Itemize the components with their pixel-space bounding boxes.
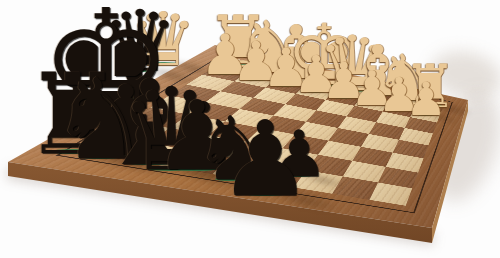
piece-black-pawn[interactable]: ♟	[213, 107, 317, 211]
piece-white-pawn[interactable]: ♟	[403, 76, 449, 122]
chess-set-product-photo: ♛♜♛♞♟♝♟♚♟♛♟♝♟♟♞♟♜♟♚♟♜♟♞♝♛♟♟♞♟	[0, 0, 500, 258]
